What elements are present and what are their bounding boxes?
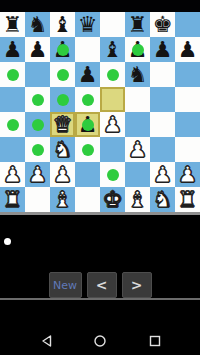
toolbar: New < > bbox=[0, 272, 200, 298]
black-p-piece: ♟ bbox=[3, 37, 23, 62]
square-g8[interactable]: ♚ bbox=[150, 12, 175, 37]
recents-icon[interactable] bbox=[148, 334, 162, 348]
black-b-piece: ♝ bbox=[53, 12, 73, 37]
square-e6[interactable] bbox=[100, 62, 125, 87]
black-p-piece: ♟ bbox=[178, 37, 198, 62]
square-d5[interactable] bbox=[75, 87, 100, 112]
square-c3[interactable]: ♞ bbox=[50, 137, 75, 162]
legal-move-dot bbox=[82, 119, 94, 131]
home-icon[interactable] bbox=[93, 334, 107, 348]
black-r-piece: ♜ bbox=[128, 12, 148, 37]
next-move-button[interactable]: > bbox=[122, 272, 152, 298]
square-g3[interactable] bbox=[150, 137, 175, 162]
white-r-piece: ♜ bbox=[3, 187, 23, 212]
square-c7[interactable]: ♟ bbox=[50, 37, 75, 62]
square-h7[interactable]: ♟ bbox=[175, 37, 200, 62]
white-n-piece: ♞ bbox=[53, 137, 73, 162]
legal-move-dot bbox=[57, 69, 69, 81]
black-b-piece: ♝ bbox=[103, 37, 123, 62]
legal-move-dot bbox=[7, 69, 19, 81]
square-f4[interactable] bbox=[125, 112, 150, 137]
white-n-piece: ♞ bbox=[153, 187, 173, 212]
square-b1[interactable] bbox=[25, 187, 50, 212]
legal-move-dot bbox=[7, 119, 19, 131]
chess-board: ♜♞♝♛♜♚♟♟♟♝♟♟♟♟♞♛♟♟♞♟♟♟♟♟♟♜♝♚♝♞♜ bbox=[0, 12, 200, 212]
toolbar-divider bbox=[0, 298, 200, 300]
square-g5[interactable] bbox=[150, 87, 175, 112]
square-d7[interactable] bbox=[75, 37, 100, 62]
legal-move-dot bbox=[57, 94, 69, 106]
legal-move-dot bbox=[32, 94, 44, 106]
square-e3[interactable] bbox=[100, 137, 125, 162]
black-r-piece: ♜ bbox=[3, 12, 23, 37]
square-e2[interactable] bbox=[100, 162, 125, 187]
square-h6[interactable] bbox=[175, 62, 200, 87]
square-a6[interactable] bbox=[0, 62, 25, 87]
white-b-piece: ♝ bbox=[128, 187, 148, 212]
board-bottom-edge bbox=[0, 212, 200, 215]
white-b-piece: ♝ bbox=[53, 187, 73, 212]
square-h1[interactable]: ♜ bbox=[175, 187, 200, 212]
prev-move-button[interactable]: < bbox=[87, 272, 117, 298]
square-c6[interactable] bbox=[50, 62, 75, 87]
new-game-button[interactable]: New bbox=[49, 272, 82, 298]
white-p-piece: ♟ bbox=[3, 162, 23, 187]
square-b4[interactable] bbox=[25, 112, 50, 137]
square-d2[interactable] bbox=[75, 162, 100, 187]
square-e8[interactable] bbox=[100, 12, 125, 37]
square-e5[interactable] bbox=[100, 87, 125, 112]
square-b5[interactable] bbox=[25, 87, 50, 112]
black-n-piece: ♞ bbox=[128, 62, 148, 87]
square-a7[interactable]: ♟ bbox=[0, 37, 25, 62]
square-d6[interactable]: ♟ bbox=[75, 62, 100, 87]
white-q-piece: ♛ bbox=[53, 112, 73, 137]
square-g2[interactable]: ♟ bbox=[150, 162, 175, 187]
square-a1[interactable]: ♜ bbox=[0, 187, 25, 212]
black-p-piece: ♟ bbox=[28, 37, 48, 62]
square-h8[interactable] bbox=[175, 12, 200, 37]
square-d1[interactable] bbox=[75, 187, 100, 212]
white-p-piece: ♟ bbox=[128, 137, 148, 162]
square-c2[interactable]: ♟ bbox=[50, 162, 75, 187]
status-dot bbox=[4, 238, 11, 245]
white-r-piece: ♜ bbox=[178, 187, 198, 212]
square-e1[interactable]: ♚ bbox=[100, 187, 125, 212]
legal-move-dot bbox=[57, 44, 69, 56]
black-p-piece: ♟ bbox=[78, 62, 98, 87]
square-a3[interactable] bbox=[0, 137, 25, 162]
square-g7[interactable]: ♟ bbox=[150, 37, 175, 62]
legal-move-dot bbox=[32, 144, 44, 156]
square-b8[interactable]: ♞ bbox=[25, 12, 50, 37]
black-q-piece: ♛ bbox=[78, 12, 98, 37]
square-b7[interactable]: ♟ bbox=[25, 37, 50, 62]
black-n-piece: ♞ bbox=[28, 12, 48, 37]
legal-move-dot bbox=[82, 144, 94, 156]
square-h5[interactable] bbox=[175, 87, 200, 112]
black-k-piece: ♚ bbox=[153, 12, 173, 37]
square-c8[interactable]: ♝ bbox=[50, 12, 75, 37]
legal-move-dot bbox=[82, 94, 94, 106]
square-f6[interactable]: ♞ bbox=[125, 62, 150, 87]
legal-move-dot bbox=[132, 44, 144, 56]
square-h2[interactable]: ♟ bbox=[175, 162, 200, 187]
square-d3[interactable] bbox=[75, 137, 100, 162]
square-f5[interactable] bbox=[125, 87, 150, 112]
legal-move-dot bbox=[32, 119, 44, 131]
square-b3[interactable] bbox=[25, 137, 50, 162]
square-a5[interactable] bbox=[0, 87, 25, 112]
square-f3[interactable]: ♟ bbox=[125, 137, 150, 162]
square-e4[interactable]: ♟ bbox=[100, 112, 125, 137]
white-p-piece: ♟ bbox=[53, 162, 73, 187]
square-f1[interactable]: ♝ bbox=[125, 187, 150, 212]
square-h3[interactable] bbox=[175, 137, 200, 162]
square-c5[interactable] bbox=[50, 87, 75, 112]
square-f8[interactable]: ♜ bbox=[125, 12, 150, 37]
white-p-piece: ♟ bbox=[103, 112, 123, 137]
legal-move-dot bbox=[107, 169, 119, 181]
square-a2[interactable]: ♟ bbox=[0, 162, 25, 187]
black-p-piece: ♟ bbox=[153, 37, 173, 62]
android-navbar bbox=[0, 326, 200, 355]
square-c1[interactable]: ♝ bbox=[50, 187, 75, 212]
square-c4[interactable]: ♛ bbox=[50, 112, 75, 137]
status-bar bbox=[0, 0, 200, 12]
white-p-piece: ♟ bbox=[28, 162, 48, 187]
square-b6[interactable] bbox=[25, 62, 50, 87]
square-d8[interactable]: ♛ bbox=[75, 12, 100, 37]
white-p-piece: ♟ bbox=[153, 162, 173, 187]
square-f7[interactable]: ♟ bbox=[125, 37, 150, 62]
square-g6[interactable] bbox=[150, 62, 175, 87]
white-p-piece: ♟ bbox=[178, 162, 198, 187]
square-e7[interactable]: ♝ bbox=[100, 37, 125, 62]
square-d4[interactable]: ♟ bbox=[75, 112, 100, 137]
legal-move-dot bbox=[107, 69, 119, 81]
square-a4[interactable] bbox=[0, 112, 25, 137]
square-g1[interactable]: ♞ bbox=[150, 187, 175, 212]
square-f2[interactable] bbox=[125, 162, 150, 187]
square-b2[interactable]: ♟ bbox=[25, 162, 50, 187]
white-k-piece: ♚ bbox=[103, 187, 123, 212]
square-h4[interactable] bbox=[175, 112, 200, 137]
square-a8[interactable]: ♜ bbox=[0, 12, 25, 37]
back-icon[interactable] bbox=[40, 334, 54, 348]
square-g4[interactable] bbox=[150, 112, 175, 137]
chess-app-screen: ♜♞♝♛♜♚♟♟♟♝♟♟♟♟♞♛♟♟♞♟♟♟♟♟♟♜♝♚♝♞♜ New < > bbox=[0, 0, 200, 355]
